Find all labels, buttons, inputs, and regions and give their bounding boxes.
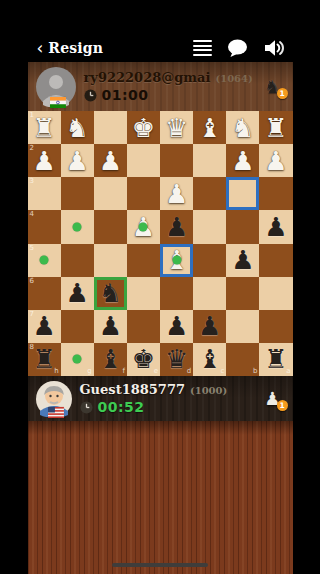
clock-icon [80, 401, 93, 414]
black-queen: ♛ [165, 346, 188, 372]
player-time: 00:52 [98, 399, 145, 415]
square-g5[interactable] [61, 244, 94, 277]
legal-move-dot [139, 222, 148, 231]
square-h2[interactable]: 2♟ [28, 144, 61, 177]
square-d5[interactable]: ♝ [160, 244, 193, 277]
square-d4[interactable]: ♟ [160, 210, 193, 243]
square-f5[interactable] [94, 244, 127, 277]
player-captured-tray: ♟ 1 [264, 390, 284, 408]
square-e1[interactable]: ♚ [127, 111, 160, 144]
square-d6[interactable] [160, 277, 193, 310]
square-f6[interactable]: ♞ [94, 277, 127, 310]
opponent-bar: ry9222028@gmai (1064) 01:00 ♞ 1 [28, 62, 293, 111]
square-h4[interactable]: 4 [28, 210, 61, 243]
player-name: Guest1885777 [80, 382, 185, 397]
square-g2[interactable]: ♟ [61, 144, 94, 177]
black-pawn: ♟ [231, 247, 254, 273]
white-pawn: ♟ [66, 148, 89, 174]
square-a1[interactable]: ♜ [259, 111, 292, 144]
square-e2[interactable] [127, 144, 160, 177]
black-bishop: ♝ [198, 346, 221, 372]
rank-label: 3 [30, 178, 34, 185]
square-f3[interactable] [94, 177, 127, 210]
clock-icon [84, 89, 97, 102]
square-a2[interactable]: ♟ [259, 144, 292, 177]
square-f4[interactable] [94, 210, 127, 243]
black-rook: ♜ [32, 346, 55, 372]
square-h1[interactable]: 1♜ [28, 111, 61, 144]
square-h5[interactable]: 5 [28, 244, 61, 277]
square-b8[interactable]: b [226, 343, 259, 376]
opponent-avatar [36, 67, 76, 107]
square-c3[interactable] [193, 177, 226, 210]
square-e3[interactable] [127, 177, 160, 210]
square-h8[interactable]: 8h♜ [28, 343, 61, 376]
square-g8[interactable]: g [61, 343, 94, 376]
status-bar [28, 0, 293, 34]
black-pawn: ♟ [198, 313, 221, 339]
white-pawn: ♟ [165, 181, 188, 207]
square-f1[interactable] [94, 111, 127, 144]
square-e4[interactable]: ♟ [127, 210, 160, 243]
square-g6[interactable]: ♟ [61, 277, 94, 310]
wood-background [28, 421, 293, 574]
opponent-name: ry9222028@gmai [84, 70, 211, 85]
square-d3[interactable]: ♟ [160, 177, 193, 210]
square-d8[interactable]: d♛ [160, 343, 193, 376]
white-knight: ♞ [66, 115, 89, 141]
square-b7[interactable] [226, 310, 259, 343]
square-a7[interactable] [259, 310, 292, 343]
white-pawn: ♟ [231, 148, 254, 174]
square-h7[interactable]: 7♟ [28, 310, 61, 343]
back-chevron-icon: ‹ [37, 40, 44, 57]
white-pawn: ♟ [32, 148, 55, 174]
square-c4[interactable] [193, 210, 226, 243]
square-h6[interactable]: 6 [28, 277, 61, 310]
black-pawn: ♟ [165, 313, 188, 339]
opponent-rating: (1064) [215, 73, 252, 84]
white-rook: ♜ [32, 115, 55, 141]
square-c8[interactable]: c♝ [193, 343, 226, 376]
black-rook: ♜ [264, 346, 287, 372]
square-a8[interactable]: a♜ [259, 343, 292, 376]
square-b3[interactable] [226, 177, 259, 210]
chess-board: 1♜♞♚♛♝♞♜2♟♟♟♟♟3♟4♟♟♟5♝♟6♟♞7♟♟♟♟8h♜gf♝e♚d… [28, 111, 293, 376]
square-f7[interactable]: ♟ [94, 310, 127, 343]
legal-move-dot [73, 355, 82, 364]
black-pawn: ♟ [165, 214, 188, 240]
opponent-info: ry9222028@gmai (1064) 01:00 [84, 70, 253, 103]
square-a6[interactable] [259, 277, 292, 310]
resign-label: Resign [48, 40, 103, 56]
rank-label: 4 [30, 211, 34, 218]
square-e7[interactable] [127, 310, 160, 343]
square-c2[interactable] [193, 144, 226, 177]
sound-icon[interactable] [263, 39, 284, 57]
white-bishop: ♝ [198, 115, 221, 141]
square-e8[interactable]: e♚ [127, 343, 160, 376]
player-rating: (1000) [190, 385, 227, 396]
white-queen: ♛ [165, 115, 188, 141]
black-king: ♚ [132, 346, 155, 372]
legal-move-dot [172, 256, 181, 265]
square-b1[interactable]: ♞ [226, 111, 259, 144]
square-b5[interactable]: ♟ [226, 244, 259, 277]
file-label: g [87, 368, 91, 375]
black-pawn: ♟ [99, 313, 122, 339]
black-pawn: ♟ [264, 214, 287, 240]
black-pawn: ♟ [66, 280, 89, 306]
player-avatar [36, 381, 72, 417]
legal-move-dot [40, 256, 49, 265]
file-label: f [122, 368, 124, 375]
usa-flag-icon [47, 407, 63, 418]
chat-icon[interactable] [227, 39, 248, 58]
square-c5[interactable] [193, 244, 226, 277]
rank-label: 6 [30, 278, 34, 285]
square-a3[interactable] [259, 177, 292, 210]
square-c1[interactable]: ♝ [193, 111, 226, 144]
india-flag-icon [49, 97, 65, 108]
black-pawn: ♟ [32, 313, 55, 339]
nav-bar: ‹ Resign [28, 34, 293, 62]
square-b2[interactable]: ♟ [226, 144, 259, 177]
white-pawn: ♟ [264, 148, 287, 174]
square-f8[interactable]: f♝ [94, 343, 127, 376]
square-d2[interactable] [160, 144, 193, 177]
square-a5[interactable] [259, 244, 292, 277]
home-indicator[interactable] [112, 563, 208, 567]
square-a4[interactable]: ♟ [259, 210, 292, 243]
square-h3[interactable]: 3 [28, 177, 61, 210]
square-c6[interactable] [193, 277, 226, 310]
square-e5[interactable] [127, 244, 160, 277]
captured-count-badge: 1 [277, 88, 288, 99]
white-knight: ♞ [231, 115, 254, 141]
resign-button[interactable]: ‹ Resign [37, 40, 104, 57]
player-info: Guest1885777 (1000) 00:52 [80, 382, 228, 415]
square-g7[interactable] [61, 310, 94, 343]
square-g1[interactable]: ♞ [61, 111, 94, 144]
square-d1[interactable]: ♛ [160, 111, 193, 144]
legal-move-dot [73, 222, 82, 231]
white-king: ♚ [132, 115, 155, 141]
app-screen: ‹ Resign [28, 0, 293, 574]
nav-icons [193, 39, 284, 58]
square-c7[interactable]: ♟ [193, 310, 226, 343]
square-f2[interactable]: ♟ [94, 144, 127, 177]
black-knight: ♞ [99, 280, 122, 306]
square-b6[interactable] [226, 277, 259, 310]
square-b4[interactable] [226, 210, 259, 243]
opponent-time: 01:00 [102, 87, 149, 103]
square-d7[interactable]: ♟ [160, 310, 193, 343]
square-g4[interactable] [61, 210, 94, 243]
menu-icon[interactable] [193, 40, 212, 57]
opponent-captured-tray: ♞ 1 [264, 78, 284, 96]
black-bishop: ♝ [99, 346, 122, 372]
white-rook: ♜ [264, 115, 287, 141]
player-bar: Guest1885777 (1000) 00:52 ♟ 1 [28, 376, 293, 421]
white-pawn: ♟ [99, 148, 122, 174]
file-label: b [253, 368, 257, 375]
rank-label: 5 [30, 245, 34, 252]
square-g3[interactable] [61, 177, 94, 210]
square-e6[interactable] [127, 277, 160, 310]
captured-count-badge: 1 [277, 400, 288, 411]
